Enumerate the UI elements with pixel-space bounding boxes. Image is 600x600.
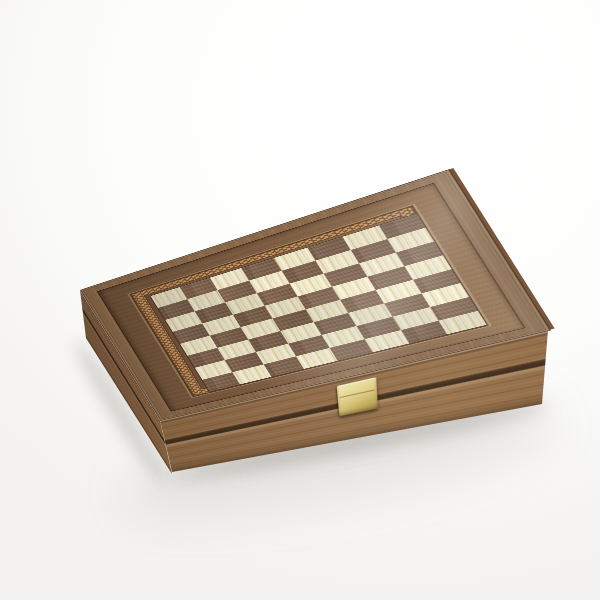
photo-canvas bbox=[0, 0, 600, 600]
brass-clasp bbox=[337, 377, 378, 416]
